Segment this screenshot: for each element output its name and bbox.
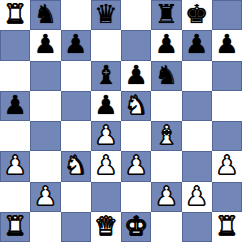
white-pawn[interactable]: ♟ <box>3 152 26 178</box>
square-g6[interactable] <box>182 61 212 91</box>
black-queen[interactable]: ♛ <box>94 1 117 27</box>
white-pawn[interactable]: ♟ <box>94 152 117 178</box>
square-d7[interactable] <box>91 30 121 60</box>
square-a8[interactable]: ♜ <box>0 0 30 30</box>
square-d5[interactable]: ♟ <box>91 91 121 121</box>
square-h8[interactable] <box>212 0 242 30</box>
square-e7[interactable] <box>121 30 151 60</box>
square-c8[interactable] <box>61 0 91 30</box>
square-b5[interactable] <box>30 91 60 121</box>
square-e8[interactable] <box>121 0 151 30</box>
square-g3[interactable] <box>182 151 212 181</box>
square-a4[interactable] <box>0 121 30 151</box>
black-pawn[interactable]: ♟ <box>155 31 178 57</box>
white-knight[interactable]: ♞ <box>64 152 87 178</box>
black-knight[interactable]: ♞ <box>34 1 57 27</box>
black-knight[interactable]: ♞ <box>155 62 178 88</box>
square-f3[interactable] <box>151 151 181 181</box>
black-pawn[interactable]: ♟ <box>64 31 87 57</box>
square-b4[interactable] <box>30 121 60 151</box>
square-b6[interactable] <box>30 61 60 91</box>
white-rook[interactable]: ♜ <box>3 1 26 27</box>
square-g4[interactable] <box>182 121 212 151</box>
square-e2[interactable] <box>121 182 151 212</box>
square-f5[interactable] <box>151 91 181 121</box>
chess-board: ♜♞♛♜♚♟♟♟♟♟♝♟♞♟♟♞♟♝♟♞♟♟♟♟♟♟♜♛♚♜ <box>0 0 242 242</box>
square-d8[interactable]: ♛ <box>91 0 121 30</box>
square-g5[interactable] <box>182 91 212 121</box>
square-h1[interactable]: ♜ <box>212 212 242 242</box>
square-h2[interactable] <box>212 182 242 212</box>
white-rook[interactable]: ♜ <box>3 213 26 239</box>
square-d4[interactable]: ♟ <box>91 121 121 151</box>
square-f6[interactable]: ♞ <box>151 61 181 91</box>
square-e3[interactable]: ♟ <box>121 151 151 181</box>
square-e5[interactable]: ♞ <box>121 91 151 121</box>
square-f2[interactable]: ♟ <box>151 182 181 212</box>
square-h7[interactable]: ♟ <box>212 30 242 60</box>
square-d3[interactable]: ♟ <box>91 151 121 181</box>
white-rook[interactable]: ♜ <box>215 213 238 239</box>
white-pawn[interactable]: ♟ <box>94 122 117 148</box>
white-pawn[interactable]: ♟ <box>155 183 178 209</box>
square-f8[interactable]: ♜ <box>151 0 181 30</box>
black-rook[interactable]: ♜ <box>155 1 178 27</box>
black-pawn[interactable]: ♟ <box>124 62 147 88</box>
square-c5[interactable] <box>61 91 91 121</box>
black-pawn[interactable]: ♟ <box>94 92 117 118</box>
square-b1[interactable] <box>30 212 60 242</box>
black-pawn[interactable]: ♟ <box>34 31 57 57</box>
square-b2[interactable]: ♟ <box>30 182 60 212</box>
white-pawn[interactable]: ♟ <box>185 183 208 209</box>
square-a2[interactable] <box>0 182 30 212</box>
square-a7[interactable] <box>0 30 30 60</box>
square-a5[interactable]: ♟ <box>0 91 30 121</box>
square-g2[interactable]: ♟ <box>182 182 212 212</box>
square-c7[interactable]: ♟ <box>61 30 91 60</box>
white-bishop[interactable]: ♝ <box>155 122 178 148</box>
black-king[interactable]: ♚ <box>185 1 208 27</box>
square-f4[interactable]: ♝ <box>151 121 181 151</box>
square-h5[interactable] <box>212 91 242 121</box>
white-pawn[interactable]: ♟ <box>215 152 238 178</box>
square-e6[interactable]: ♟ <box>121 61 151 91</box>
square-c3[interactable]: ♞ <box>61 151 91 181</box>
square-a3[interactable]: ♟ <box>0 151 30 181</box>
square-b8[interactable]: ♞ <box>30 0 60 30</box>
square-c4[interactable] <box>61 121 91 151</box>
square-d6[interactable]: ♝ <box>91 61 121 91</box>
square-c6[interactable] <box>61 61 91 91</box>
square-a6[interactable] <box>0 61 30 91</box>
white-queen[interactable]: ♛ <box>94 213 117 239</box>
square-e4[interactable] <box>121 121 151 151</box>
square-h3[interactable]: ♟ <box>212 151 242 181</box>
white-pawn[interactable]: ♟ <box>124 152 147 178</box>
square-g1[interactable] <box>182 212 212 242</box>
square-g8[interactable]: ♚ <box>182 0 212 30</box>
square-c1[interactable] <box>61 212 91 242</box>
square-d1[interactable]: ♛ <box>91 212 121 242</box>
white-knight[interactable]: ♞ <box>124 92 147 118</box>
square-a1[interactable]: ♜ <box>0 212 30 242</box>
black-bishop[interactable]: ♝ <box>94 62 117 88</box>
square-f7[interactable]: ♟ <box>151 30 181 60</box>
square-g7[interactable]: ♟ <box>182 30 212 60</box>
square-c2[interactable] <box>61 182 91 212</box>
square-e1[interactable]: ♚ <box>121 212 151 242</box>
square-b7[interactable]: ♟ <box>30 30 60 60</box>
black-pawn[interactable]: ♟ <box>3 92 26 118</box>
square-f1[interactable] <box>151 212 181 242</box>
square-h4[interactable] <box>212 121 242 151</box>
white-king[interactable]: ♚ <box>124 213 147 239</box>
square-d2[interactable] <box>91 182 121 212</box>
square-b3[interactable] <box>30 151 60 181</box>
black-pawn[interactable]: ♟ <box>185 31 208 57</box>
black-pawn[interactable]: ♟ <box>215 31 238 57</box>
square-h6[interactable] <box>212 61 242 91</box>
white-pawn[interactable]: ♟ <box>34 183 57 209</box>
